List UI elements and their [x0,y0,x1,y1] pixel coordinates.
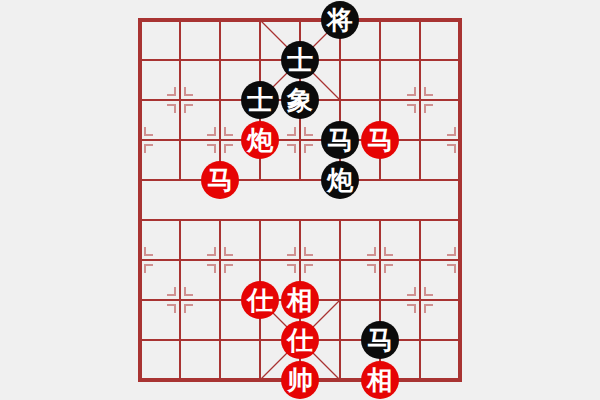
piece-red-elephant[interactable]: 相 [361,361,399,399]
piece-red-horse[interactable]: 马 [361,121,399,159]
piece-black-advisor[interactable]: 士 [281,41,319,79]
piece-red-general[interactable]: 帅 [281,361,319,399]
piece-red-cannon[interactable]: 炮 [241,121,279,159]
piece-red-advisor[interactable]: 仕 [241,281,279,319]
xiangqi-board[interactable]: 将士士象炮马马马炮仕相仕马帅相 [0,0,600,400]
piece-black-elephant[interactable]: 象 [281,81,319,119]
piece-red-elephant[interactable]: 相 [281,281,319,319]
piece-red-advisor[interactable]: 仕 [281,321,319,359]
piece-red-horse[interactable]: 马 [201,161,239,199]
pieces-layer: 将士士象炮马马马炮仕相仕马帅相 [120,0,480,400]
piece-black-advisor[interactable]: 士 [241,81,279,119]
piece-black-horse[interactable]: 马 [321,121,359,159]
piece-black-cannon[interactable]: 炮 [321,161,359,199]
piece-black-general[interactable]: 将 [321,1,359,39]
piece-black-horse[interactable]: 马 [361,321,399,359]
